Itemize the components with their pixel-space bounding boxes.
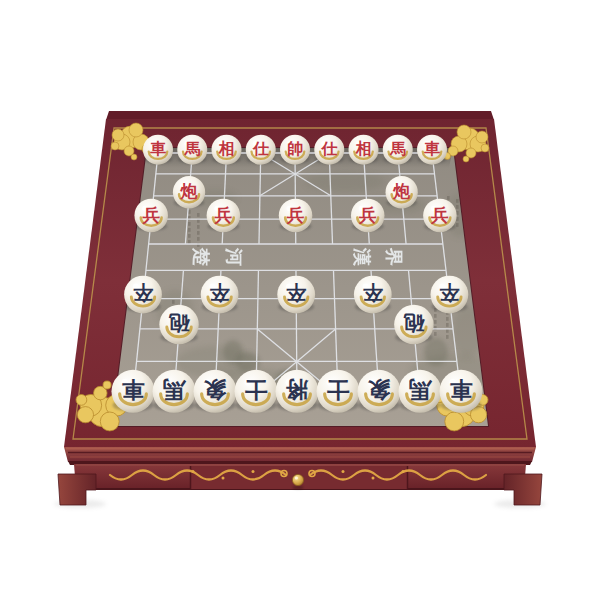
piece-character: 車 (121, 377, 145, 403)
piece-character: 相 (355, 139, 372, 158)
piece-black-horse: 馬 (399, 370, 442, 413)
piece-character: 士 (244, 377, 268, 403)
piece-character: 砲 (168, 311, 190, 335)
piece-black-elephant: 象 (358, 370, 401, 413)
piece-black-soldier: 卒 (201, 276, 239, 314)
piece-red-soldier: 兵 (279, 199, 313, 233)
river-label-left: 河 (224, 247, 245, 266)
piece-character: 馬 (183, 139, 200, 158)
piece-red-horse: 馬 (383, 135, 413, 165)
piece-character: 馬 (409, 377, 433, 403)
piece-character: 相 (218, 139, 235, 158)
xiangqi-product-photo: 楚河漢界車馬相仕帥仕相馬車炮炮兵兵兵兵兵卒卒卒卒卒砲砲車馬象士將士象馬車 (0, 0, 600, 600)
piece-black-advisor: 士 (317, 370, 360, 413)
piece-red-horse: 馬 (177, 135, 207, 165)
piece-red-advisor: 仕 (246, 135, 276, 165)
piece-character: 象 (367, 377, 391, 403)
piece-black-horse: 馬 (152, 370, 195, 413)
piece-character: 車 (149, 139, 166, 158)
piece-character: 卒 (286, 281, 307, 305)
piece-red-soldier: 兵 (207, 199, 241, 233)
piece-red-elephant: 相 (212, 135, 242, 165)
piece-character: 兵 (141, 204, 160, 225)
piece-character: 車 (423, 139, 440, 158)
scene-canvas: 楚河漢界車馬相仕帥仕相馬車炮炮兵兵兵兵兵卒卒卒卒卒砲砲車馬象士將士象馬車 (0, 0, 600, 600)
piece-character: 兵 (214, 204, 233, 225)
piece-red-general: 帥 (280, 135, 310, 165)
piece-black-cannon: 砲 (394, 305, 433, 344)
piece-black-advisor: 士 (234, 370, 277, 413)
piece-red-soldier: 兵 (351, 199, 385, 233)
river-label-left: 楚 (191, 247, 212, 267)
piece-character: 帥 (287, 139, 303, 158)
piece-red-elephant: 相 (349, 135, 379, 165)
piece-character: 馬 (163, 377, 187, 403)
piece-character: 卒 (133, 281, 154, 305)
piece-black-soldier: 卒 (354, 276, 392, 314)
piece-black-soldier: 卒 (124, 276, 162, 314)
piece-character: 馬 (389, 139, 406, 158)
piece-black-chariot: 車 (111, 370, 154, 413)
piece-red-chariot: 車 (143, 135, 173, 165)
piece-character: 士 (326, 377, 350, 403)
piece-character: 兵 (286, 204, 305, 225)
piece-red-soldier: 兵 (423, 199, 457, 233)
river-label-right: 漢 (352, 247, 373, 266)
piece-character: 卒 (363, 281, 384, 305)
piece-black-elephant: 象 (193, 370, 236, 413)
piece-character: 卒 (439, 281, 460, 305)
piece-character: 仕 (320, 139, 337, 158)
piece-red-chariot: 車 (417, 135, 447, 165)
piece-black-general: 將 (275, 370, 318, 413)
piece-character: 仕 (252, 139, 269, 158)
piece-red-cannon: 炮 (173, 176, 205, 208)
piece-character: 炮 (392, 181, 410, 201)
piece-black-soldier: 卒 (430, 276, 468, 314)
piece-character: 砲 (403, 311, 425, 335)
river-label-right: 界 (384, 247, 405, 266)
piece-character: 將 (285, 377, 309, 403)
piece-character: 兵 (430, 204, 449, 225)
piece-character: 卒 (210, 281, 231, 305)
piece-character: 象 (203, 377, 227, 403)
drawer-knob (292, 474, 303, 485)
piece-red-soldier: 兵 (134, 199, 168, 233)
piece-character: 車 (449, 377, 473, 403)
tabletop-back-edge (106, 111, 494, 120)
piece-black-cannon: 砲 (159, 305, 198, 344)
piece-red-cannon: 炮 (386, 176, 418, 208)
piece-character: 兵 (358, 204, 377, 225)
piece-black-soldier: 卒 (277, 276, 315, 314)
piece-character: 炮 (180, 181, 198, 201)
piece-red-advisor: 仕 (314, 135, 344, 165)
piece-black-chariot: 車 (440, 370, 483, 413)
